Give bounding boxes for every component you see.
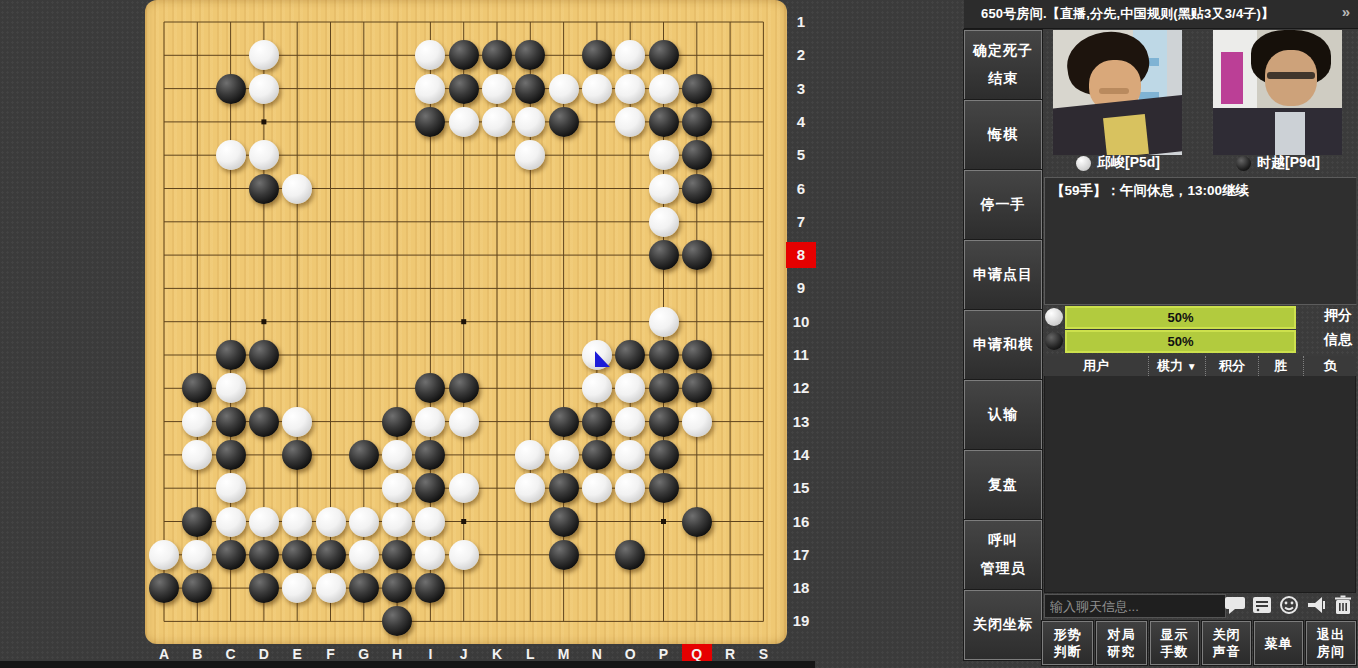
stone-black (582, 407, 612, 437)
go-client-window: { "game": "Go (weiqi), 19x19 board", "po… (0, 0, 1358, 668)
stone-black (515, 74, 545, 104)
stone-black (216, 74, 246, 104)
stone-white (515, 440, 545, 470)
stone-black (282, 440, 312, 470)
situation-judge-button[interactable]: 形势判断 (1042, 621, 1093, 665)
stone-white (515, 107, 545, 137)
stone-white (415, 507, 445, 537)
row-label-13: 13 (786, 409, 816, 435)
stone-black (582, 40, 612, 70)
stone-black (649, 440, 679, 470)
row-label-18: 18 (786, 575, 816, 601)
player-photo-black (1213, 30, 1342, 155)
stone-white (182, 440, 212, 470)
stone-black (549, 407, 579, 437)
row-label-9: 9 (786, 275, 816, 301)
white-bet-progress-bar: 50% (1065, 306, 1296, 329)
row-label-7: 7 (786, 209, 816, 235)
row-label-19: 19 (786, 608, 816, 634)
stone-white (282, 407, 312, 437)
offer-draw-button[interactable]: 申请和棋 (964, 310, 1042, 380)
confirm-dead-stones-button[interactable]: 确定死子 (973, 42, 1033, 60)
stone-white (415, 407, 445, 437)
stone-white (649, 307, 679, 337)
row-label-14: 14 (786, 442, 816, 468)
stone-white (182, 407, 212, 437)
stone-white (482, 74, 512, 104)
mute-sound-button[interactable]: 关闭声音 (1202, 621, 1251, 665)
black-bet-bar-row: 50% 信息 (1044, 330, 1356, 353)
stone-white (615, 74, 645, 104)
column-header-score[interactable]: 积分 (1206, 356, 1259, 376)
column-header-user[interactable]: 用户 (1044, 356, 1149, 376)
column-header-losses[interactable]: 负 (1304, 356, 1356, 376)
row-label-5: 5 (786, 142, 816, 168)
stone-black (449, 40, 479, 70)
stone-white (582, 473, 612, 503)
review-button[interactable]: 复盘 (964, 450, 1042, 520)
white-bet-percent: 50% (1067, 308, 1294, 327)
stone-black (249, 573, 279, 603)
game-research-button[interactable]: 对局研究 (1096, 621, 1147, 665)
row-label-2: 2 (786, 42, 816, 68)
stone-white (249, 140, 279, 170)
stone-white (282, 174, 312, 204)
row-label-8: 8 (786, 242, 816, 268)
stone-white (449, 407, 479, 437)
stone-black (216, 340, 246, 370)
player-white-row: 邱峻[P5d] (1053, 153, 1183, 173)
stone-black (149, 573, 179, 603)
stone-black (449, 74, 479, 104)
stone-white (615, 407, 645, 437)
exit-room-button[interactable]: 退出房间 (1306, 621, 1356, 665)
stone-black (649, 373, 679, 403)
menu-button[interactable]: 菜单 (1254, 621, 1303, 665)
stone-white (216, 140, 246, 170)
info-button[interactable]: 信息 (1324, 331, 1352, 349)
stone-white (149, 540, 179, 570)
row-label-10: 10 (786, 309, 816, 335)
row-label-4: 4 (786, 109, 816, 135)
black-stone-icon (1045, 332, 1063, 350)
stone-white (382, 440, 412, 470)
stone-black (382, 407, 412, 437)
stone-white (682, 407, 712, 437)
megaphone-icon[interactable] (1305, 595, 1327, 615)
player-white-name: 邱峻[P5d] (1097, 154, 1160, 172)
row-label-15: 15 (786, 475, 816, 501)
emoticon-icon[interactable] (1278, 595, 1300, 615)
stone-black (282, 540, 312, 570)
stone-white (449, 107, 479, 137)
resign-button[interactable]: 认输 (964, 380, 1042, 450)
trash-icon[interactable] (1332, 595, 1354, 615)
white-stone-icon (1045, 308, 1063, 326)
stone-black (549, 107, 579, 137)
show-move-numbers-button[interactable]: 显示手数 (1150, 621, 1199, 665)
stone-white (216, 473, 246, 503)
pass-label: 停一手 (981, 196, 1026, 214)
row-label-1: 1 (786, 9, 816, 35)
stone-black (615, 540, 645, 570)
bet-points-button[interactable]: 押分 (1324, 307, 1352, 325)
stone-black (649, 40, 679, 70)
status-message: 【59手】：午间休息，13:00继续 (1051, 182, 1249, 200)
stone-white (316, 507, 346, 537)
row-label-16: 16 (786, 509, 816, 535)
stone-black (649, 107, 679, 137)
stone-white (549, 440, 579, 470)
call-admin-button[interactable]: 呼叫 管理员 (964, 520, 1042, 590)
stone-black (649, 340, 679, 370)
stone-black (649, 407, 679, 437)
stone-black (216, 407, 246, 437)
stone-white (382, 507, 412, 537)
stone-white (582, 373, 612, 403)
row-label-6: 6 (786, 176, 816, 202)
toggle-coordinates-button[interactable]: 关闭坐标 (964, 590, 1042, 660)
white-stone-icon (1076, 156, 1091, 171)
stone-black (649, 240, 679, 270)
stone-black (549, 540, 579, 570)
stone-black (682, 340, 712, 370)
offer-draw-label: 申请和棋 (973, 336, 1033, 354)
stone-black (249, 340, 279, 370)
stone-white (482, 107, 512, 137)
go-board[interactable] (145, 0, 787, 644)
stone-white (316, 573, 346, 603)
black-stone-icon (1236, 156, 1251, 171)
stone-white (449, 473, 479, 503)
stone-white (249, 40, 279, 70)
game-message-panel: 【59手】：午间休息，13:00继续 (1044, 177, 1357, 305)
stone-black (682, 507, 712, 537)
player-photo-white (1053, 30, 1182, 155)
player-black-row: 时越[P9d] (1213, 153, 1343, 173)
stone-black (582, 440, 612, 470)
review-label: 复盘 (988, 476, 1018, 494)
stone-black (649, 473, 679, 503)
stone-white (182, 540, 212, 570)
stone-black (249, 540, 279, 570)
stone-white (349, 507, 379, 537)
pass-button[interactable]: 停一手 (964, 170, 1042, 240)
row-coordinate-labels: 12345678910111213141516171819 (786, 0, 816, 644)
stone-black (182, 507, 212, 537)
chat-bubble-icon[interactable] (1224, 595, 1246, 615)
stone-black (682, 140, 712, 170)
stone-black (382, 540, 412, 570)
stone-white (582, 74, 612, 104)
call-admin-label-1: 呼叫 (988, 532, 1018, 550)
undo-move-button[interactable]: 悔棋 (964, 100, 1042, 170)
sort-arrow-icon: ▼ (1187, 361, 1197, 372)
row-label-12: 12 (786, 375, 816, 401)
stone-white (649, 174, 679, 204)
undo-move-label: 悔棋 (988, 126, 1018, 144)
request-count-button[interactable]: 申请点目 (964, 240, 1042, 310)
stone-black (449, 373, 479, 403)
stone-black (682, 74, 712, 104)
stone-white (249, 74, 279, 104)
stone-white (415, 74, 445, 104)
call-admin-label-2: 管理员 (981, 560, 1026, 578)
stone-black (216, 440, 246, 470)
user-list-body[interactable] (1044, 376, 1356, 593)
row-label-3: 3 (786, 76, 816, 102)
window-bottom-edge (0, 661, 815, 668)
stone-black (682, 373, 712, 403)
sidebar-group-confirm-dead[interactable]: 确定死子 结束 (964, 30, 1042, 100)
stone-white (216, 507, 246, 537)
chat-history-icon[interactable] (1251, 595, 1273, 615)
end-game-button[interactable]: 结束 (988, 70, 1018, 88)
stone-black (249, 174, 279, 204)
request-count-label: 申请点目 (973, 266, 1033, 284)
stone-black (249, 407, 279, 437)
stone-black (382, 573, 412, 603)
black-bet-progress-bar: 50% (1065, 330, 1296, 353)
stone-black (316, 540, 346, 570)
stone-black (682, 107, 712, 137)
stone-black (682, 240, 712, 270)
user-table-header: 用户 棋力 ▼ 积分 胜 负 (1044, 356, 1356, 376)
black-bet-percent: 50% (1067, 332, 1294, 351)
row-label-17: 17 (786, 542, 816, 568)
stone-black (349, 573, 379, 603)
stone-black (216, 540, 246, 570)
column-header-wins[interactable]: 胜 (1259, 356, 1304, 376)
stone-white (649, 207, 679, 237)
stone-white (349, 540, 379, 570)
collapse-panel-icon[interactable]: » (1342, 3, 1350, 20)
resign-label: 认输 (988, 406, 1018, 424)
room-title-bar: 650号房间.【直播,分先,中国规则(黑贴3又3/4子)】 » (964, 0, 1358, 29)
stone-black (549, 507, 579, 537)
stone-white (249, 507, 279, 537)
column-header-rank[interactable]: 棋力 ▼ (1149, 356, 1206, 376)
row-label-11: 11 (786, 342, 816, 368)
chat-input[interactable] (1044, 594, 1226, 618)
toggle-coordinates-label: 关闭坐标 (973, 616, 1033, 634)
stone-white (615, 107, 645, 137)
stone-black (549, 473, 579, 503)
stone-white (649, 140, 679, 170)
stone-white (415, 540, 445, 570)
stone-white (649, 74, 679, 104)
stone-white (615, 440, 645, 470)
room-title: 650号房间.【直播,分先,中国规则(黑贴3又3/4子)】 (981, 5, 1274, 23)
stone-black (615, 340, 645, 370)
stone-white (282, 507, 312, 537)
stone-white (449, 540, 479, 570)
stone-black (349, 440, 379, 470)
stone-white (216, 373, 246, 403)
white-bet-bar-row: 50% 押分 (1044, 306, 1356, 329)
player-black-name: 时越[P9d] (1257, 154, 1320, 172)
stone-black (682, 174, 712, 204)
stone-white (549, 74, 579, 104)
